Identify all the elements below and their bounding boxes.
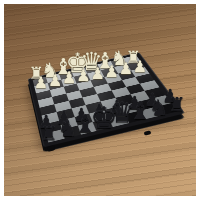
- black-pawn: ♟: [56, 109, 72, 127]
- white-pawn: ♟: [119, 61, 133, 77]
- white-pawn: ♟: [62, 70, 76, 86]
- black-pawn: ♟: [126, 95, 142, 113]
- black-pawn: ♟: [162, 87, 178, 105]
- white-knight: ♞: [41, 60, 59, 80]
- white-pawn: ♟: [76, 68, 90, 84]
- white-knight: ♞: [110, 49, 128, 69]
- black-pawn: ♟: [38, 113, 54, 131]
- black-knight: ♞: [149, 97, 169, 119]
- product-photo: ♜♞♝♚♛♝♞♜♟♟♟♟♟♟♟♟♟♟♟♟♟♟♟♟♜♞♝♚♛♝♞♜: [0, 0, 200, 200]
- white-pawn: ♟: [133, 59, 147, 75]
- white-pawn: ♟: [48, 73, 62, 89]
- black-king: ♚: [90, 102, 117, 132]
- white-queen: ♛: [80, 49, 102, 74]
- white-king: ♚: [65, 49, 89, 76]
- black-pawn: ♟: [144, 91, 160, 109]
- white-bishop: ♝: [54, 56, 74, 78]
- black-queen: ♛: [110, 100, 135, 128]
- white-rook: ♜: [125, 49, 140, 66]
- black-pawn: ♟: [109, 98, 125, 116]
- black-bishop: ♝: [74, 111, 96, 136]
- black-pawn: ♟: [91, 102, 107, 120]
- black-bishop: ♝: [129, 98, 151, 123]
- black-knight: ♞: [57, 117, 77, 139]
- black-rook: ♜: [168, 95, 185, 114]
- white-pawn: ♟: [90, 66, 104, 82]
- black-pawn: ♟: [73, 106, 89, 124]
- pieces-layer: ♜♞♝♚♛♝♞♜♟♟♟♟♟♟♟♟♟♟♟♟♟♟♟♟♜♞♝♚♛♝♞♜: [0, 0, 200, 200]
- white-pawn: ♟: [34, 75, 48, 91]
- black-rook: ♜: [40, 124, 57, 143]
- white-rook: ♜: [28, 65, 43, 82]
- white-pawn: ♟: [105, 63, 119, 79]
- white-bishop: ♝: [95, 49, 115, 71]
